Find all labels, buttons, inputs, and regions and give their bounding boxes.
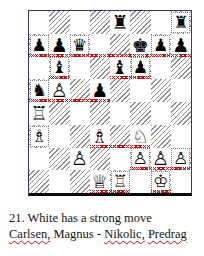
square-e4 [110,102,130,125]
square-d4 [90,102,110,125]
spellcheck-squiggle [90,145,151,148]
piece-white-rook: ♖ [111,171,130,192]
piece-black-bishop: ♝ [50,57,69,78]
square-b2 [49,148,69,171]
piece-black-pawn: ♟ [131,57,150,78]
piece-white-queen: ♕ [91,172,108,191]
square-g3 [151,125,171,148]
piece-white-knight: ♘ [132,127,149,146]
square-h6 [171,57,191,80]
piece-black-pawn: ♟ [91,81,108,100]
piece-white-pawn: ♙ [171,148,190,169]
spellcheck-squiggle [151,190,171,193]
spellcheck-squiggle [29,99,110,102]
square-f5 [130,79,150,102]
square-f4 [130,102,150,125]
square-d2 [90,148,110,171]
caption-line2-players: Carlsen, Magnus - Nikolic, Predrag [9,226,201,242]
spellcheck-squiggle [130,167,191,170]
square-a2 [29,148,49,171]
square-a3: ♗ [29,125,49,148]
piece-white-king: ♔ [151,171,170,192]
player-name: Predrag [148,227,187,241]
square-c6 [70,57,90,80]
piece-black-pawn: ♟ [30,35,49,56]
spellcheck-squiggle [90,190,131,193]
piece-white-pawn: ♙ [152,149,169,168]
square-c4 [70,102,90,125]
piece-black-king: ♚ [132,36,149,55]
square-f1 [130,170,150,193]
piece-white-bishop: ♗ [30,126,49,147]
square-a1 [29,170,49,193]
diagram-caption: 21. White has a strong move Carlsen, Mag… [9,210,201,242]
piece-black-pawn: ♟ [51,36,68,55]
piece-black-rook: ♜ [112,13,129,32]
piece-black-pawn: ♟ [151,35,170,56]
square-h1 [171,170,191,193]
caption-text: Magnus - [50,227,104,241]
chess-board: ♜♜♟♟♛♚♟♟♝♝♟♞♙♟♖♗♗♘♙♙♙♙♕♖♔ [28,10,192,196]
square-b1 [49,170,69,193]
square-e5 [110,79,130,102]
square-a4: ♖ [29,102,49,125]
square-b3 [49,125,69,148]
caption-line1: 21. White has a strong move [9,210,201,226]
player-name: Carlsen, [9,227,50,241]
square-a6 [29,57,49,80]
square-g4 [151,102,171,125]
player-name: Nikolic, [104,227,145,241]
square-b8 [49,11,69,34]
square-d6 [90,57,110,80]
square-g6 [151,57,171,80]
piece-white-pawn: ♙ [131,148,150,169]
square-g5 [151,79,171,102]
square-c1 [70,170,90,193]
square-g8 [151,11,171,34]
square-e2 [110,148,130,171]
square-h8: ♜ [171,11,191,34]
piece-black-pawn: ♟ [172,36,189,55]
square-b4 [49,102,69,125]
piece-white-rook: ♖ [31,104,48,123]
piece-white-bishop: ♗ [91,127,108,146]
spellcheck-squiggle [49,76,69,79]
piece-black-bishop: ♝ [112,58,129,77]
piece-black-queen: ♛ [70,35,89,56]
square-c3 [70,125,90,148]
square-c2: ♙ [70,148,90,171]
square-f8 [130,11,150,34]
square-h4 [171,102,191,125]
piece-black-knight: ♞ [30,80,49,101]
piece-black-rook: ♜ [171,12,190,33]
square-h5 [171,79,191,102]
square-d8 [90,11,110,34]
spellcheck-squiggle [110,76,151,79]
square-a8 [29,11,49,34]
spellcheck-squiggle [29,54,191,57]
square-c8 [70,11,90,34]
piece-white-pawn: ♙ [71,149,88,168]
square-e8: ♜ [110,11,130,34]
square-h3 [171,125,191,148]
piece-white-pawn: ♙ [51,81,68,100]
